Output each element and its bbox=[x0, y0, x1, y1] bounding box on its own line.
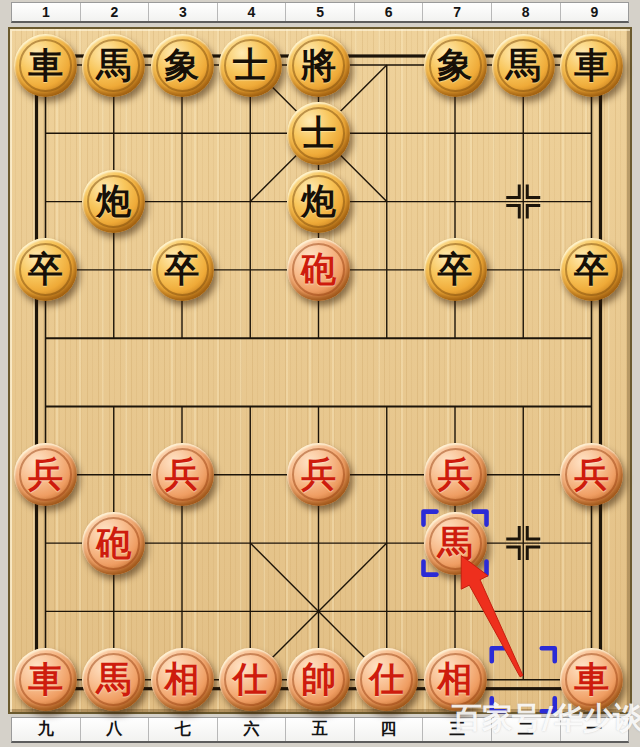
pieces-layer: 車馬象士將象馬車士炮炮卒卒卒卒砲兵兵兵兵兵砲馬車馬相仕帥仕相車 bbox=[0, 0, 640, 747]
piece-black-general[interactable]: 將 bbox=[287, 34, 350, 97]
piece-black-advisor[interactable]: 士 bbox=[287, 102, 350, 165]
piece-black-cannon[interactable]: 炮 bbox=[287, 170, 350, 233]
piece-black-horse[interactable]: 馬 bbox=[82, 34, 145, 97]
piece-red-soldier[interactable]: 兵 bbox=[287, 443, 350, 506]
piece-black-soldier[interactable]: 卒 bbox=[424, 238, 487, 301]
piece-red-soldier[interactable]: 兵 bbox=[151, 443, 214, 506]
xiangqi-app-window: 123456789 車馬象士將象馬車士炮炮卒卒卒卒砲兵兵兵兵兵砲馬車馬相仕帥仕相… bbox=[0, 0, 640, 747]
piece-black-chariot[interactable]: 車 bbox=[14, 34, 77, 97]
piece-red-cannon[interactable]: 砲 bbox=[82, 512, 145, 575]
piece-black-elephant[interactable]: 象 bbox=[151, 34, 214, 97]
piece-red-advisor[interactable]: 仕 bbox=[355, 648, 418, 711]
piece-red-soldier[interactable]: 兵 bbox=[424, 443, 487, 506]
piece-red-horse[interactable]: 馬 bbox=[424, 512, 487, 575]
piece-black-soldier[interactable]: 卒 bbox=[14, 238, 77, 301]
piece-black-elephant[interactable]: 象 bbox=[424, 34, 487, 97]
piece-red-soldier[interactable]: 兵 bbox=[560, 443, 623, 506]
piece-black-cannon[interactable]: 炮 bbox=[82, 170, 145, 233]
piece-black-chariot[interactable]: 車 bbox=[560, 34, 623, 97]
piece-red-horse[interactable]: 馬 bbox=[82, 648, 145, 711]
piece-black-soldier[interactable]: 卒 bbox=[560, 238, 623, 301]
piece-red-cannon[interactable]: 砲 bbox=[287, 238, 350, 301]
piece-red-elephant[interactable]: 相 bbox=[151, 648, 214, 711]
piece-black-advisor[interactable]: 士 bbox=[219, 34, 282, 97]
piece-black-soldier[interactable]: 卒 bbox=[151, 238, 214, 301]
piece-red-chariot[interactable]: 車 bbox=[14, 648, 77, 711]
piece-red-soldier[interactable]: 兵 bbox=[14, 443, 77, 506]
piece-black-horse[interactable]: 馬 bbox=[492, 34, 555, 97]
watermark: 百家号/华少谈棋 bbox=[452, 698, 640, 739]
piece-red-general[interactable]: 帥 bbox=[287, 648, 350, 711]
piece-red-advisor[interactable]: 仕 bbox=[219, 648, 282, 711]
